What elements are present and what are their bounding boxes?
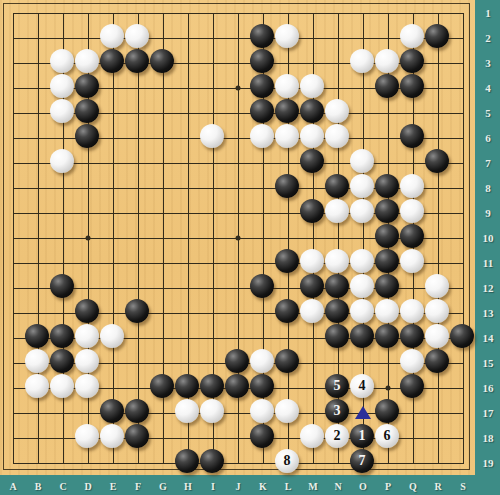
white-stone (250, 399, 274, 423)
black-stone (400, 224, 424, 248)
white-stone (300, 124, 324, 148)
grid-line (463, 13, 464, 464)
white-stone (275, 124, 299, 148)
white-stone: 4 (350, 374, 374, 398)
white-stone (400, 349, 424, 373)
white-stone (300, 299, 324, 323)
white-stone (100, 424, 124, 448)
row-label-12: 12 (483, 282, 494, 294)
black-stone (425, 349, 449, 373)
column-label-M: M (308, 481, 317, 492)
black-stone (75, 124, 99, 148)
black-stone (250, 24, 274, 48)
white-stone (325, 249, 349, 273)
white-stone (200, 399, 224, 423)
white-stone (275, 74, 299, 98)
row-label-11: 11 (483, 257, 493, 269)
move-number: 5 (334, 379, 341, 393)
row-label-17: 17 (483, 407, 494, 419)
black-stone (375, 199, 399, 223)
white-stone (75, 49, 99, 73)
white-stone (175, 399, 199, 423)
column-label-N: N (334, 481, 341, 492)
white-stone (350, 274, 374, 298)
black-stone (275, 349, 299, 373)
black-stone (450, 324, 474, 348)
white-stone (375, 49, 399, 73)
white-stone (375, 299, 399, 323)
row-label-10: 10 (483, 232, 494, 244)
white-stone (425, 274, 449, 298)
white-stone (425, 299, 449, 323)
white-stone (75, 424, 99, 448)
black-stone (125, 399, 149, 423)
white-stone (275, 399, 299, 423)
black-stone (400, 49, 424, 73)
white-stone (50, 374, 74, 398)
black-stone (75, 99, 99, 123)
black-stone (250, 49, 274, 73)
black-stone (275, 299, 299, 323)
column-label-A: A (9, 481, 16, 492)
black-stone: 5 (325, 374, 349, 398)
column-label-L: L (285, 481, 292, 492)
black-stone (250, 74, 274, 98)
row-label-15: 15 (483, 357, 494, 369)
white-stone (25, 349, 49, 373)
row-label-8: 8 (485, 182, 491, 194)
white-stone (400, 249, 424, 273)
black-stone (100, 399, 124, 423)
white-stone (50, 149, 74, 173)
column-label-C: C (59, 481, 66, 492)
black-stone (300, 199, 324, 223)
black-stone (175, 374, 199, 398)
row-label-2: 2 (485, 32, 491, 44)
black-stone (250, 424, 274, 448)
black-stone (25, 324, 49, 348)
white-stone: 6 (375, 424, 399, 448)
white-stone (325, 99, 349, 123)
white-stone (400, 174, 424, 198)
triangle-marker (355, 406, 371, 419)
goban[interactable]: 54321687 (0, 0, 475, 475)
white-stone (250, 349, 274, 373)
move-number: 3 (334, 404, 341, 418)
black-stone (400, 124, 424, 148)
white-stone (350, 249, 374, 273)
black-stone (375, 224, 399, 248)
column-label-R: R (434, 481, 441, 492)
white-stone (75, 324, 99, 348)
white-stone (50, 74, 74, 98)
black-stone (400, 74, 424, 98)
move-number: 4 (359, 379, 366, 393)
row-label-9: 9 (485, 207, 491, 219)
row-label-3: 3 (485, 57, 491, 69)
star-point (386, 386, 391, 391)
move-number: 6 (384, 429, 391, 443)
black-stone (225, 349, 249, 373)
move-number: 7 (359, 454, 366, 468)
black-stone (50, 274, 74, 298)
white-stone (425, 324, 449, 348)
black-stone (300, 274, 324, 298)
star-point (236, 86, 241, 91)
black-stone (100, 49, 124, 73)
white-stone (300, 74, 324, 98)
white-stone (275, 24, 299, 48)
black-stone: 7 (350, 449, 374, 473)
black-stone (300, 99, 324, 123)
black-stone (325, 174, 349, 198)
column-label-E: E (110, 481, 117, 492)
black-stone (250, 274, 274, 298)
column-label-F: F (135, 481, 141, 492)
black-stone (225, 374, 249, 398)
row-label-5: 5 (485, 107, 491, 119)
row-label-19: 19 (483, 457, 494, 469)
column-label-P: P (385, 481, 391, 492)
move-number: 8 (284, 454, 291, 468)
black-stone: 1 (350, 424, 374, 448)
white-stone (400, 24, 424, 48)
black-stone (375, 324, 399, 348)
black-stone (425, 24, 449, 48)
row-label-18: 18 (483, 432, 494, 444)
white-stone (300, 249, 324, 273)
column-label-S: S (460, 481, 466, 492)
grid-line (438, 13, 439, 464)
column-label-G: G (159, 481, 167, 492)
row-label-6: 6 (485, 132, 491, 144)
black-stone (250, 374, 274, 398)
black-stone (175, 449, 199, 473)
black-stone (275, 249, 299, 273)
column-label-O: O (359, 481, 367, 492)
white-stone (125, 24, 149, 48)
black-stone (425, 149, 449, 173)
black-stone (250, 99, 274, 123)
black-stone (200, 374, 224, 398)
black-stone (275, 174, 299, 198)
white-stone (100, 324, 124, 348)
black-stone (125, 49, 149, 73)
white-stone (350, 299, 374, 323)
white-stone (300, 424, 324, 448)
go-board-app: 54321687 12345678910111213141516171819 A… (0, 0, 500, 495)
black-stone (325, 324, 349, 348)
black-stone (375, 174, 399, 198)
black-stone (275, 99, 299, 123)
row-label-16: 16 (483, 382, 494, 394)
row-label-4: 4 (485, 82, 491, 94)
black-stone (300, 149, 324, 173)
move-number: 2 (334, 429, 341, 443)
white-stone (400, 299, 424, 323)
white-stone (50, 99, 74, 123)
black-stone (125, 424, 149, 448)
white-stone (350, 49, 374, 73)
black-stone (400, 374, 424, 398)
white-stone (350, 149, 374, 173)
black-stone (125, 299, 149, 323)
row-label-7: 7 (485, 157, 491, 169)
column-label-I: I (211, 481, 215, 492)
column-label-Q: Q (409, 481, 417, 492)
row-label-1: 1 (485, 7, 491, 19)
white-stone (75, 374, 99, 398)
black-stone (325, 274, 349, 298)
column-label-D: D (84, 481, 91, 492)
white-stone (250, 124, 274, 148)
black-stone (375, 249, 399, 273)
white-stone (350, 174, 374, 198)
move-number: 1 (359, 429, 366, 443)
star-point (236, 236, 241, 241)
white-stone (325, 124, 349, 148)
black-stone (200, 449, 224, 473)
white-stone (50, 49, 74, 73)
white-stone: 8 (275, 449, 299, 473)
white-stone (75, 349, 99, 373)
black-stone (350, 324, 374, 348)
column-label-B: B (35, 481, 42, 492)
column-label-K: K (259, 481, 267, 492)
column-label-H: H (184, 481, 192, 492)
black-stone (375, 74, 399, 98)
black-stone (400, 324, 424, 348)
grid-line (13, 463, 464, 464)
white-stone (200, 124, 224, 148)
black-stone (75, 299, 99, 323)
row-label-13: 13 (483, 307, 494, 319)
star-point (86, 236, 91, 241)
black-stone (325, 299, 349, 323)
black-stone (50, 349, 74, 373)
black-stone (50, 324, 74, 348)
white-stone: 2 (325, 424, 349, 448)
black-stone (75, 74, 99, 98)
row-label-14: 14 (483, 332, 494, 344)
white-stone (325, 199, 349, 223)
white-stone (400, 199, 424, 223)
white-stone (25, 374, 49, 398)
black-stone: 3 (325, 399, 349, 423)
column-label-J: J (236, 481, 241, 492)
black-stone (375, 399, 399, 423)
black-stone (150, 374, 174, 398)
white-stone (350, 199, 374, 223)
black-stone (375, 274, 399, 298)
white-stone (100, 24, 124, 48)
black-stone (150, 49, 174, 73)
